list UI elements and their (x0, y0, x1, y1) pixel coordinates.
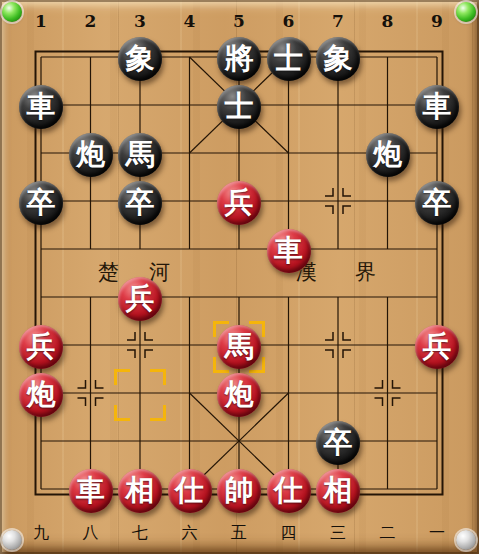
file-label-bottom-8: 二 (373, 524, 403, 542)
piece-black-cannon[interactable]: 炮 (69, 133, 113, 177)
piece-red-cannon[interactable]: 炮 (19, 373, 63, 417)
piece-black-soldier[interactable]: 卒 (316, 421, 360, 465)
highlight-corner (150, 405, 166, 421)
file-label-bottom-3: 七 (125, 524, 155, 542)
last-move-from-highlight (114, 369, 166, 421)
piece-black-general[interactable]: 將 (217, 37, 261, 81)
piece-black-horse[interactable]: 馬 (118, 133, 162, 177)
file-label-top-8: 8 (373, 12, 403, 30)
piece-black-soldier[interactable]: 卒 (118, 181, 162, 225)
piece-red-soldier[interactable]: 兵 (19, 325, 63, 369)
file-label-top-2: 2 (76, 12, 106, 30)
indicator-light-bottom-left (2, 530, 22, 550)
file-label-bottom-9: 一 (422, 524, 452, 542)
piece-red-soldier[interactable]: 兵 (415, 325, 459, 369)
piece-red-elephant[interactable]: 相 (118, 469, 162, 513)
file-label-top-3: 3 (125, 12, 155, 30)
piece-red-soldier[interactable]: 兵 (217, 181, 261, 225)
piece-red-general[interactable]: 帥 (217, 469, 261, 513)
piece-red-horse[interactable]: 馬 (217, 325, 261, 369)
piece-black-chariot[interactable]: 車 (19, 85, 63, 129)
highlight-corner (114, 369, 130, 385)
piece-red-advisor[interactable]: 仕 (168, 469, 212, 513)
file-label-bottom-6: 四 (274, 524, 304, 542)
file-label-bottom-2: 八 (76, 524, 106, 542)
piece-red-elephant[interactable]: 相 (316, 469, 360, 513)
file-label-top-9: 9 (422, 12, 452, 30)
piece-red-soldier[interactable]: 兵 (118, 277, 162, 321)
piece-black-soldier[interactable]: 卒 (19, 181, 63, 225)
file-label-top-6: 6 (274, 12, 304, 30)
piece-black-advisor[interactable]: 士 (267, 37, 311, 81)
indicator-light-top-right (456, 2, 476, 22)
highlight-corner (114, 405, 130, 421)
file-label-top-7: 7 (323, 12, 353, 30)
indicator-light-bottom-right (456, 530, 476, 550)
file-label-top-5: 5 (224, 12, 254, 30)
piece-black-cannon[interactable]: 炮 (366, 133, 410, 177)
river-char: 漢界 (296, 261, 414, 283)
piece-black-soldier[interactable]: 卒 (415, 181, 459, 225)
file-label-bottom-4: 六 (175, 524, 205, 542)
file-label-top-4: 4 (175, 12, 205, 30)
piece-red-chariot[interactable]: 車 (69, 469, 113, 513)
highlight-corner (150, 369, 166, 385)
piece-black-elephant[interactable]: 象 (316, 37, 360, 81)
file-label-bottom-5: 五 (224, 524, 254, 542)
piece-red-cannon[interactable]: 炮 (217, 373, 261, 417)
piece-black-chariot[interactable]: 車 (415, 85, 459, 129)
file-label-bottom-1: 九 (26, 524, 56, 542)
piece-black-elephant[interactable]: 象 (118, 37, 162, 81)
piece-red-chariot[interactable]: 車 (267, 229, 311, 273)
file-label-bottom-7: 三 (323, 524, 353, 542)
piece-black-advisor[interactable]: 士 (217, 85, 261, 129)
file-label-top-1: 1 (26, 12, 56, 30)
xiangqi-board: 123456789 九八七六五四三二一 楚河 漢界 象將士象車士車炮馬炮卒卒兵卒… (0, 0, 479, 554)
piece-red-advisor[interactable]: 仕 (267, 469, 311, 513)
indicator-light-top-left (2, 2, 22, 22)
river-label-han-jie: 漢界 (296, 261, 380, 283)
